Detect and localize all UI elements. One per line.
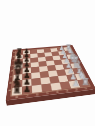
board-grid: ♜♟♟♜♞♟♟♞♝♟♟♝♚♟♟♚♛♟♟♛♝♟♟♝♞♟♟♞♜♟♟♜ <box>12 47 90 96</box>
product-photo: 87654321 hgfedcba ♜♟♟♜♞♟♟♞♝♟♟♝♚♟♟♚♛♟♟♛♝♟… <box>0 0 95 126</box>
square-a2[interactable]: ♟ <box>69 80 81 88</box>
piece-black-rook[interactable]: ♜ <box>9 86 24 96</box>
scene: 87654321 hgfedcba ♜♟♟♜♞♟♟♞♝♟♟♝♚♟♟♚♛♟♟♛♝♟… <box>0 0 95 126</box>
piece-white-pawn[interactable]: ♟ <box>69 80 84 88</box>
square-a8[interactable]: ♜ <box>12 87 23 96</box>
chessboard: 87654321 hgfedcba ♜♟♟♜♞♟♟♞♝♟♟♝♚♟♟♚♛♟♟♛♝♟… <box>6 45 95 101</box>
